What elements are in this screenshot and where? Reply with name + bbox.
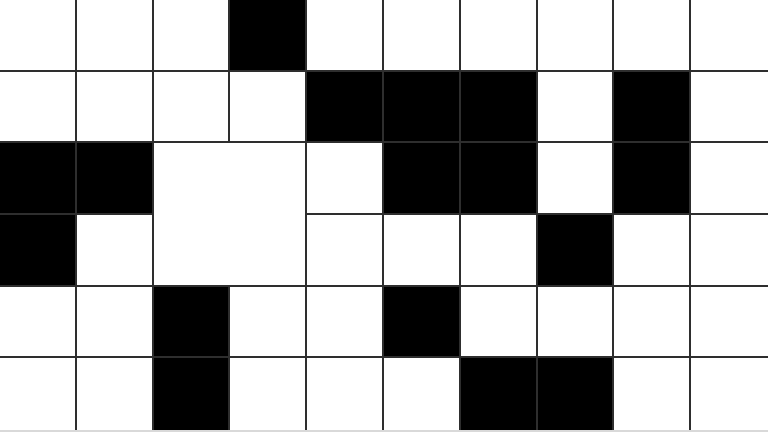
cell-r4c6-white[interactable] [461, 287, 538, 359]
cell-r4c5-black[interactable] [384, 287, 461, 359]
cell-r5c9-white[interactable] [691, 358, 768, 430]
cell-r0c6-white[interactable] [461, 0, 538, 72]
cell-r3c7-black[interactable] [538, 215, 615, 287]
cell-r0c9-white[interactable] [691, 0, 768, 72]
cell-r5c7-black[interactable] [538, 358, 615, 430]
cell-r4c0-white[interactable] [0, 287, 77, 359]
cell-r3c1-white[interactable] [77, 215, 154, 287]
cell-r2c6-black[interactable] [461, 143, 538, 215]
cell-r5c5-white[interactable] [384, 358, 461, 430]
cell-r4c2-black[interactable] [154, 287, 231, 359]
cell-r4c3-white[interactable] [230, 287, 307, 359]
cell-r5c2-black[interactable] [154, 358, 231, 430]
cell-r4c4-white[interactable] [307, 287, 384, 359]
cell-r4c7-white[interactable] [538, 287, 615, 359]
cell-r1c3-white[interactable] [230, 72, 307, 144]
cell-r2c2-white[interactable] [154, 143, 231, 215]
cell-r2c4-white[interactable] [307, 143, 384, 215]
cell-r2c5-black[interactable] [384, 143, 461, 215]
cell-r3c3-white[interactable] [230, 215, 307, 287]
cell-r3c0-black[interactable] [0, 215, 77, 287]
cell-r0c1-white[interactable] [77, 0, 154, 72]
cell-r5c1-white[interactable] [77, 358, 154, 430]
cell-r5c8-white[interactable] [614, 358, 691, 430]
cell-r4c1-white[interactable] [77, 287, 154, 359]
cell-r1c0-white[interactable] [0, 72, 77, 144]
cell-r0c2-white[interactable] [154, 0, 231, 72]
cell-r3c8-white[interactable] [614, 215, 691, 287]
cell-r4c8-white[interactable] [614, 287, 691, 359]
cell-r0c7-white[interactable] [538, 0, 615, 72]
cell-r0c0-white[interactable] [0, 0, 77, 72]
cell-r0c4-white[interactable] [307, 0, 384, 72]
screenshot-viewport [0, 0, 768, 432]
cell-r1c2-white[interactable] [154, 72, 231, 144]
cell-r3c6-white[interactable] [461, 215, 538, 287]
cell-r1c7-white[interactable] [538, 72, 615, 144]
cell-r2c3-white[interactable] [230, 143, 307, 215]
cell-r0c5-white[interactable] [384, 0, 461, 72]
cell-r2c1-black[interactable] [77, 143, 154, 215]
cell-r1c1-white[interactable] [77, 72, 154, 144]
cell-r3c9-white[interactable] [691, 215, 768, 287]
cell-r5c3-white[interactable] [230, 358, 307, 430]
cell-r3c2-white[interactable] [154, 215, 231, 287]
cell-r1c9-white[interactable] [691, 72, 768, 144]
cell-r2c9-white[interactable] [691, 143, 768, 215]
cell-r5c6-black[interactable] [461, 358, 538, 430]
puzzle-grid [0, 0, 768, 432]
cell-r1c5-black[interactable] [384, 72, 461, 144]
cell-r0c8-white[interactable] [614, 0, 691, 72]
cell-r1c4-black[interactable] [307, 72, 384, 144]
cell-r0c3-black[interactable] [230, 0, 307, 72]
cell-r2c8-black[interactable] [614, 143, 691, 215]
cell-r1c8-black[interactable] [614, 72, 691, 144]
cell-r5c4-white[interactable] [307, 358, 384, 430]
cell-r5c0-white[interactable] [0, 358, 77, 430]
cell-r3c5-white[interactable] [384, 215, 461, 287]
cell-r4c9-white[interactable] [691, 287, 768, 359]
cell-r2c7-white[interactable] [538, 143, 615, 215]
cell-r1c6-black[interactable] [461, 72, 538, 144]
cell-r2c0-black[interactable] [0, 143, 77, 215]
cell-r3c4-white[interactable] [307, 215, 384, 287]
